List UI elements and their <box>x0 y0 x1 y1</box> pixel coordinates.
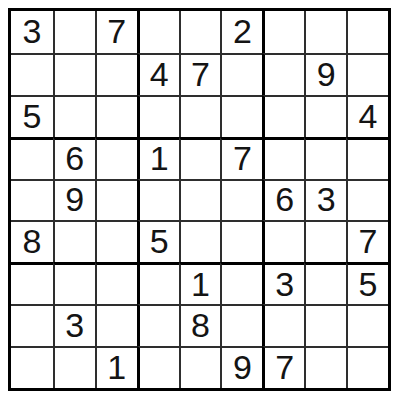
given-digit: 2 <box>233 14 252 48</box>
cell-r2c3[interactable] <box>95 53 137 95</box>
cell-r7c3[interactable] <box>95 262 137 304</box>
given-digit: 8 <box>191 308 210 342</box>
cell-r1c2[interactable] <box>53 11 95 53</box>
given-digit: 9 <box>233 350 252 384</box>
given-digit: 5 <box>22 99 41 133</box>
given-digit: 4 <box>150 57 169 91</box>
cell-r9c3[interactable]: 1 <box>95 346 137 388</box>
cell-r6c4[interactable]: 5 <box>137 220 179 262</box>
cell-r7c8[interactable] <box>304 262 346 304</box>
cell-r2c1[interactable] <box>11 53 53 95</box>
cell-r6c1[interactable]: 8 <box>11 220 53 262</box>
sudoku-board-wrapper: 3724795461796385713538197 <box>8 8 391 391</box>
cell-r5c9[interactable] <box>346 179 388 221</box>
given-digit: 7 <box>359 224 378 258</box>
cell-r4c5[interactable] <box>179 137 221 179</box>
cell-r3c2[interactable] <box>53 95 95 137</box>
cell-r8c8[interactable] <box>304 304 346 346</box>
given-digit: 7 <box>275 350 294 384</box>
cell-r4c8[interactable] <box>304 137 346 179</box>
cell-r8c4[interactable] <box>137 304 179 346</box>
cell-r5c5[interactable] <box>179 179 221 221</box>
given-digit: 6 <box>65 141 84 175</box>
cell-r1c8[interactable] <box>304 11 346 53</box>
cell-r4c3[interactable] <box>95 137 137 179</box>
cell-r7c2[interactable] <box>53 262 95 304</box>
cell-r6c5[interactable] <box>179 220 221 262</box>
cell-r8c2[interactable]: 3 <box>53 304 95 346</box>
cell-r3c5[interactable] <box>179 95 221 137</box>
cell-r9c2[interactable] <box>53 346 95 388</box>
cell-r9c1[interactable] <box>11 346 53 388</box>
given-digit: 7 <box>191 57 210 91</box>
cell-r1c7[interactable] <box>262 11 304 53</box>
cell-r9c9[interactable] <box>346 346 388 388</box>
given-digit: 5 <box>359 267 378 301</box>
cell-r4c1[interactable] <box>11 137 53 179</box>
cell-r7c4[interactable] <box>137 262 179 304</box>
cell-r8c1[interactable] <box>11 304 53 346</box>
cell-r3c6[interactable] <box>220 95 262 137</box>
given-digit: 1 <box>107 350 126 384</box>
cell-r4c7[interactable] <box>262 137 304 179</box>
cell-r8c9[interactable] <box>346 304 388 346</box>
cell-r6c2[interactable] <box>53 220 95 262</box>
sudoku-board: 3724795461796385713538197 <box>8 8 391 391</box>
cell-r7c1[interactable] <box>11 262 53 304</box>
cell-r2c4[interactable]: 4 <box>137 53 179 95</box>
cell-r7c9[interactable]: 5 <box>346 262 388 304</box>
cell-r5c4[interactable] <box>137 179 179 221</box>
cell-r1c1[interactable]: 3 <box>11 11 53 53</box>
cell-r9c7[interactable]: 7 <box>262 346 304 388</box>
cell-r9c8[interactable] <box>304 346 346 388</box>
cell-r2c8[interactable]: 9 <box>304 53 346 95</box>
cell-r6c9[interactable]: 7 <box>346 220 388 262</box>
given-digit: 3 <box>22 14 41 48</box>
cell-r3c9[interactable]: 4 <box>346 95 388 137</box>
cell-r3c1[interactable]: 5 <box>11 95 53 137</box>
cell-r2c7[interactable] <box>262 53 304 95</box>
cell-r6c8[interactable] <box>304 220 346 262</box>
cell-r1c5[interactable] <box>179 11 221 53</box>
given-digit: 6 <box>275 182 294 216</box>
given-digit: 5 <box>150 224 169 258</box>
given-digit: 7 <box>107 14 126 48</box>
cell-r9c6[interactable]: 9 <box>220 346 262 388</box>
cell-r1c6[interactable]: 2 <box>220 11 262 53</box>
cell-r8c3[interactable] <box>95 304 137 346</box>
cell-r4c6[interactable]: 7 <box>220 137 262 179</box>
cell-r8c7[interactable] <box>262 304 304 346</box>
cell-r8c6[interactable] <box>220 304 262 346</box>
given-digit: 7 <box>233 141 252 175</box>
cell-r2c2[interactable] <box>53 53 95 95</box>
cell-r4c9[interactable] <box>346 137 388 179</box>
cell-r8c5[interactable]: 8 <box>179 304 221 346</box>
cell-r5c1[interactable] <box>11 179 53 221</box>
cell-r4c4[interactable]: 1 <box>137 137 179 179</box>
cell-r2c5[interactable]: 7 <box>179 53 221 95</box>
cell-r3c8[interactable] <box>304 95 346 137</box>
cell-r5c7[interactable]: 6 <box>262 179 304 221</box>
cell-r3c4[interactable] <box>137 95 179 137</box>
cell-r5c3[interactable] <box>95 179 137 221</box>
cell-r5c8[interactable]: 3 <box>304 179 346 221</box>
given-digit: 3 <box>275 267 294 301</box>
cell-r2c6[interactable] <box>220 53 262 95</box>
cell-r7c7[interactable]: 3 <box>262 262 304 304</box>
cell-r9c4[interactable] <box>137 346 179 388</box>
cell-r7c5[interactable]: 1 <box>179 262 221 304</box>
given-digit: 1 <box>150 141 169 175</box>
given-digit: 9 <box>65 182 84 216</box>
given-digit: 8 <box>22 224 41 258</box>
cell-r3c3[interactable] <box>95 95 137 137</box>
cell-r1c9[interactable] <box>346 11 388 53</box>
cell-r3c7[interactable] <box>262 95 304 137</box>
cell-r9c5[interactable] <box>179 346 221 388</box>
cell-r6c3[interactable] <box>95 220 137 262</box>
given-digit: 4 <box>359 99 378 133</box>
given-digit: 3 <box>65 308 84 342</box>
cell-r5c2[interactable]: 9 <box>53 179 95 221</box>
cell-r1c4[interactable] <box>137 11 179 53</box>
cell-r1c3[interactable]: 7 <box>95 11 137 53</box>
cell-r7c6[interactable] <box>220 262 262 304</box>
cell-r2c9[interactable] <box>346 53 388 95</box>
given-digit: 9 <box>317 57 336 91</box>
cell-r5c6[interactable] <box>220 179 262 221</box>
cell-r6c6[interactable] <box>220 220 262 262</box>
cell-r6c7[interactable] <box>262 220 304 262</box>
given-digit: 3 <box>317 182 336 216</box>
cell-r4c2[interactable]: 6 <box>53 137 95 179</box>
given-digit: 1 <box>191 267 210 301</box>
